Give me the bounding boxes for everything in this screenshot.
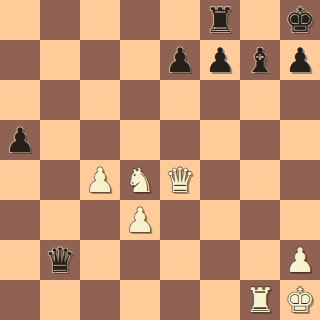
- square-a8[interactable]: [0, 0, 40, 40]
- black-king: ♚: [285, 0, 315, 40]
- square-d6[interactable]: [120, 80, 160, 120]
- black-bishop: ♝: [245, 40, 275, 80]
- square-b7[interactable]: [40, 40, 80, 80]
- black-queen: ♛: [45, 240, 75, 280]
- square-c3[interactable]: [80, 200, 120, 240]
- square-f3[interactable]: [200, 200, 240, 240]
- square-b1[interactable]: [40, 280, 80, 320]
- square-d4[interactable]: ♞: [120, 160, 160, 200]
- square-h6[interactable]: [280, 80, 320, 120]
- white-rook: ♜: [245, 280, 275, 320]
- square-e1[interactable]: [160, 280, 200, 320]
- square-g3[interactable]: [240, 200, 280, 240]
- square-f5[interactable]: [200, 120, 240, 160]
- square-f2[interactable]: [200, 240, 240, 280]
- square-h7[interactable]: ♟: [280, 40, 320, 80]
- square-b3[interactable]: [40, 200, 80, 240]
- white-king: ♚: [285, 280, 315, 320]
- square-e7[interactable]: ♟: [160, 40, 200, 80]
- black-pawn: ♟: [165, 40, 195, 80]
- square-a3[interactable]: [0, 200, 40, 240]
- square-f8[interactable]: ♜: [200, 0, 240, 40]
- square-e6[interactable]: [160, 80, 200, 120]
- black-pawn: ♟: [5, 120, 35, 160]
- square-d3[interactable]: ♟: [120, 200, 160, 240]
- square-h1[interactable]: ♚: [280, 280, 320, 320]
- square-h2[interactable]: ♟: [280, 240, 320, 280]
- black-pawn: ♟: [285, 40, 315, 80]
- square-c4[interactable]: ♟: [80, 160, 120, 200]
- chess-board: ♜♚♟♟♝♟♟♟♞♛♟♛♟♜♚: [0, 0, 320, 320]
- square-g2[interactable]: [240, 240, 280, 280]
- square-b4[interactable]: [40, 160, 80, 200]
- square-e5[interactable]: [160, 120, 200, 160]
- square-d2[interactable]: [120, 240, 160, 280]
- white-pawn: ♟: [85, 160, 115, 200]
- square-c7[interactable]: [80, 40, 120, 80]
- square-a4[interactable]: [0, 160, 40, 200]
- square-a6[interactable]: [0, 80, 40, 120]
- square-f1[interactable]: [200, 280, 240, 320]
- square-h3[interactable]: [280, 200, 320, 240]
- white-pawn: ♟: [125, 200, 155, 240]
- square-b2[interactable]: ♛: [40, 240, 80, 280]
- square-d8[interactable]: [120, 0, 160, 40]
- square-g8[interactable]: [240, 0, 280, 40]
- square-e8[interactable]: [160, 0, 200, 40]
- square-f6[interactable]: [200, 80, 240, 120]
- square-g6[interactable]: [240, 80, 280, 120]
- white-knight: ♞: [125, 160, 155, 200]
- square-a7[interactable]: [0, 40, 40, 80]
- black-pawn: ♟: [205, 40, 235, 80]
- square-b6[interactable]: [40, 80, 80, 120]
- square-f7[interactable]: ♟: [200, 40, 240, 80]
- square-e2[interactable]: [160, 240, 200, 280]
- square-c5[interactable]: [80, 120, 120, 160]
- square-h4[interactable]: [280, 160, 320, 200]
- square-c1[interactable]: [80, 280, 120, 320]
- square-c6[interactable]: [80, 80, 120, 120]
- black-rook: ♜: [205, 0, 235, 40]
- square-g4[interactable]: [240, 160, 280, 200]
- square-h8[interactable]: ♚: [280, 0, 320, 40]
- square-b8[interactable]: [40, 0, 80, 40]
- square-g7[interactable]: ♝: [240, 40, 280, 80]
- square-d7[interactable]: [120, 40, 160, 80]
- square-a2[interactable]: [0, 240, 40, 280]
- square-c8[interactable]: [80, 0, 120, 40]
- square-g1[interactable]: ♜: [240, 280, 280, 320]
- chess-board-wrap: ♜♚♟♟♝♟♟♟♞♛♟♛♟♜♚: [0, 0, 320, 320]
- square-c2[interactable]: [80, 240, 120, 280]
- square-h5[interactable]: [280, 120, 320, 160]
- square-a1[interactable]: [0, 280, 40, 320]
- white-queen: ♛: [165, 160, 195, 200]
- square-g5[interactable]: [240, 120, 280, 160]
- white-pawn: ♟: [285, 240, 315, 280]
- square-a5[interactable]: ♟: [0, 120, 40, 160]
- square-d5[interactable]: [120, 120, 160, 160]
- square-d1[interactable]: [120, 280, 160, 320]
- square-f4[interactable]: [200, 160, 240, 200]
- square-e4[interactable]: ♛: [160, 160, 200, 200]
- square-e3[interactable]: [160, 200, 200, 240]
- square-b5[interactable]: [40, 120, 80, 160]
